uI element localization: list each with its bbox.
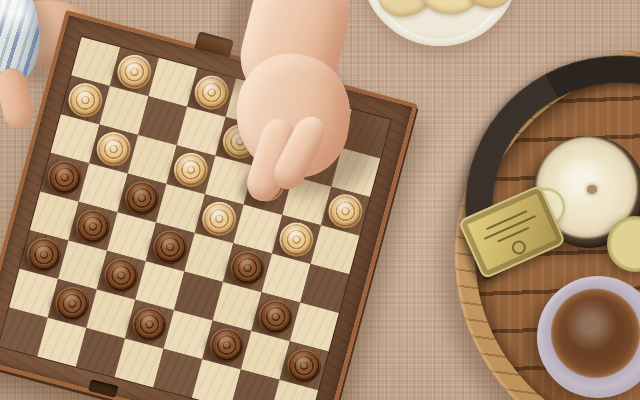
checker-piece-dark[interactable] [72,206,114,248]
checker-piece-dark[interactable] [149,226,191,268]
checker-piece-light[interactable] [65,79,107,121]
checker-piece-dark[interactable] [255,296,297,338]
checker-piece-light[interactable] [93,128,135,170]
candle-wick [587,185,597,194]
checker-piece-light[interactable] [170,149,212,191]
checker-piece-dark[interactable] [227,247,269,289]
checker-piece-dark[interactable] [129,303,171,345]
checker-piece-dark[interactable] [51,283,93,325]
checker-piece-light[interactable] [198,198,240,240]
checker-piece-light[interactable] [114,51,156,93]
checker-piece-dark[interactable] [121,177,163,219]
checker-piece-dark[interactable] [283,345,325,387]
box-clasp-notch [88,379,118,398]
checker-piece-dark[interactable] [44,157,86,199]
checker-piece-light[interactable] [276,219,318,261]
checker-piece-dark[interactable] [23,234,65,276]
checker-piece-dark[interactable] [100,255,142,297]
cracker-plate [361,0,519,46]
checker-piece-dark[interactable] [206,324,248,366]
tin-stamp [510,238,528,256]
checkers-board [0,10,418,400]
wooden-tray [455,48,640,400]
tabletop-scene [0,0,640,400]
checker-piece-light[interactable] [325,190,367,232]
